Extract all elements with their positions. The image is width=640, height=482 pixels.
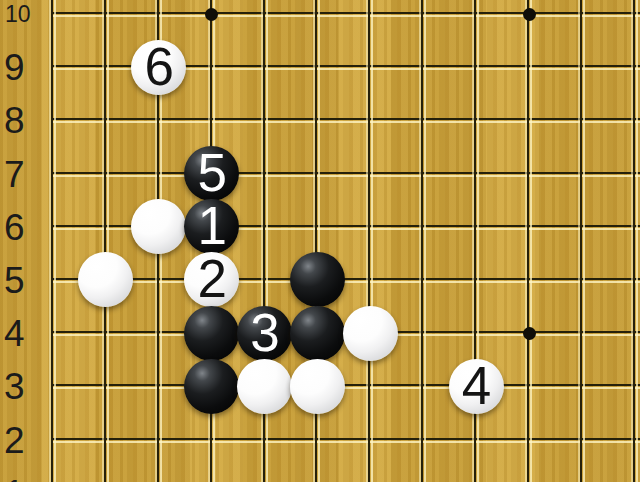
intersection-G5[interactable] xyxy=(344,253,397,306)
intersection-B4[interactable] xyxy=(79,307,132,360)
stone-black-D3 xyxy=(184,359,239,414)
intersection-M5[interactable] xyxy=(608,253,640,306)
intersection-H2[interactable] xyxy=(397,413,450,466)
move-number-5: 5 xyxy=(197,146,225,199)
intersection-J10[interactable] xyxy=(450,0,503,41)
intersection-L7[interactable] xyxy=(555,147,608,200)
intersection-M1[interactable] xyxy=(608,466,640,482)
intersection-K10[interactable] xyxy=(503,0,556,41)
row-label-6: 6 xyxy=(4,208,25,245)
intersection-J9[interactable] xyxy=(450,41,503,94)
intersection-J8[interactable] xyxy=(450,94,503,147)
intersection-L10[interactable] xyxy=(555,0,608,41)
intersection-C10[interactable] xyxy=(132,0,185,41)
intersection-C7[interactable] xyxy=(132,147,185,200)
intersection-B5[interactable] xyxy=(79,253,132,306)
intersection-G9[interactable] xyxy=(344,41,397,94)
intersection-D1[interactable] xyxy=(185,466,238,482)
intersection-H9[interactable] xyxy=(397,41,450,94)
row-label-8: 8 xyxy=(4,102,25,139)
star-point-D10 xyxy=(205,8,218,21)
intersection-J7[interactable] xyxy=(450,147,503,200)
row-label-9: 9 xyxy=(4,49,25,86)
intersection-D6[interactable]: 1 xyxy=(185,200,238,253)
intersection-J1[interactable] xyxy=(450,466,503,482)
intersection-M8[interactable] xyxy=(608,94,640,147)
intersection-J2[interactable] xyxy=(450,413,503,466)
intersection-C6[interactable] xyxy=(132,200,185,253)
intersection-G4[interactable] xyxy=(344,307,397,360)
move-number-2: 2 xyxy=(197,252,225,305)
intersection-K1[interactable] xyxy=(503,466,556,482)
intersection-A8[interactable] xyxy=(27,94,80,147)
intersection-M9[interactable] xyxy=(608,41,640,94)
intersection-F7[interactable] xyxy=(291,147,344,200)
intersection-J3[interactable]: 4 xyxy=(450,360,503,413)
intersection-F2[interactable] xyxy=(291,413,344,466)
intersection-F4[interactable] xyxy=(291,307,344,360)
intersection-D8[interactable] xyxy=(185,94,238,147)
intersection-H5[interactable] xyxy=(397,253,450,306)
intersection-G8[interactable] xyxy=(344,94,397,147)
stone-black-D6: 1 xyxy=(184,199,239,254)
move-number-6: 6 xyxy=(145,40,173,93)
stone-white-B5 xyxy=(78,252,133,307)
intersection-E6[interactable] xyxy=(238,200,291,253)
intersection-J6[interactable] xyxy=(450,200,503,253)
intersection-D5[interactable]: 2 xyxy=(185,253,238,306)
intersection-B6[interactable] xyxy=(79,200,132,253)
intersection-K7[interactable] xyxy=(503,147,556,200)
stone-black-F5 xyxy=(290,252,345,307)
intersection-C2[interactable] xyxy=(132,413,185,466)
intersection-L2[interactable] xyxy=(555,413,608,466)
intersection-L9[interactable] xyxy=(555,41,608,94)
intersection-A9[interactable] xyxy=(27,41,80,94)
intersection-G7[interactable] xyxy=(344,147,397,200)
intersection-E7[interactable] xyxy=(238,147,291,200)
row-label-5: 5 xyxy=(4,262,25,299)
intersection-D9[interactable] xyxy=(185,41,238,94)
row-label-7: 7 xyxy=(4,155,25,192)
intersection-D2[interactable] xyxy=(185,413,238,466)
intersection-E5[interactable] xyxy=(238,253,291,306)
stone-white-C6 xyxy=(131,199,186,254)
row-label-3: 3 xyxy=(4,368,25,405)
intersection-F8[interactable] xyxy=(291,94,344,147)
stone-white-D5: 2 xyxy=(184,252,239,307)
intersection-M2[interactable] xyxy=(608,413,640,466)
intersection-E3[interactable] xyxy=(238,360,291,413)
intersection-H3[interactable] xyxy=(397,360,450,413)
stone-black-F4 xyxy=(290,306,345,361)
stone-black-D4 xyxy=(184,306,239,361)
intersection-A6[interactable] xyxy=(27,200,80,253)
intersection-C5[interactable] xyxy=(132,253,185,306)
intersection-B2[interactable] xyxy=(79,413,132,466)
stone-black-E4: 3 xyxy=(237,306,292,361)
intersection-B10[interactable] xyxy=(79,0,132,41)
intersection-F10[interactable] xyxy=(291,0,344,41)
row-label-2: 2 xyxy=(4,421,25,458)
row-label-4: 4 xyxy=(4,315,25,352)
intersection-A3[interactable] xyxy=(27,360,80,413)
intersection-G2[interactable] xyxy=(344,413,397,466)
intersection-C1[interactable] xyxy=(132,466,185,482)
move-number-3: 3 xyxy=(250,306,278,359)
intersection-D7[interactable]: 5 xyxy=(185,147,238,200)
intersection-H4[interactable] xyxy=(397,307,450,360)
intersection-K3[interactable] xyxy=(503,360,556,413)
star-point-K10 xyxy=(523,8,536,21)
intersection-L5[interactable] xyxy=(555,253,608,306)
intersection-D4[interactable] xyxy=(185,307,238,360)
intersection-K6[interactable] xyxy=(503,200,556,253)
stone-white-C9: 6 xyxy=(131,40,186,95)
intersection-B3[interactable] xyxy=(79,360,132,413)
intersection-G1[interactable] xyxy=(344,466,397,482)
intersection-K8[interactable] xyxy=(503,94,556,147)
intersection-H1[interactable] xyxy=(397,466,450,482)
intersection-M3[interactable] xyxy=(608,360,640,413)
move-number-1: 1 xyxy=(197,199,225,252)
intersection-M6[interactable] xyxy=(608,200,640,253)
intersection-E9[interactable] xyxy=(238,41,291,94)
intersection-L6[interactable] xyxy=(555,200,608,253)
intersection-E2[interactable] xyxy=(238,413,291,466)
intersection-G10[interactable] xyxy=(344,0,397,41)
board-grid: 651234 xyxy=(27,0,640,482)
intersection-F9[interactable] xyxy=(291,41,344,94)
stone-white-G4 xyxy=(343,306,398,361)
go-board-screen: 651234 10987654321 xyxy=(0,0,640,482)
intersection-C9[interactable]: 6 xyxy=(132,41,185,94)
intersection-G6[interactable] xyxy=(344,200,397,253)
intersection-F1[interactable] xyxy=(291,466,344,482)
intersection-H8[interactable] xyxy=(397,94,450,147)
intersection-A1[interactable] xyxy=(27,466,80,482)
intersection-L8[interactable] xyxy=(555,94,608,147)
intersection-C8[interactable] xyxy=(132,94,185,147)
intersection-E4[interactable]: 3 xyxy=(238,307,291,360)
row-label-1: 1 xyxy=(4,474,25,482)
intersection-F5[interactable] xyxy=(291,253,344,306)
intersection-A10[interactable] xyxy=(27,0,80,41)
intersection-J4[interactable] xyxy=(450,307,503,360)
intersection-L4[interactable] xyxy=(555,307,608,360)
star-point-K4 xyxy=(523,327,536,340)
intersection-A2[interactable] xyxy=(27,413,80,466)
intersection-M4[interactable] xyxy=(608,307,640,360)
intersection-D3[interactable] xyxy=(185,360,238,413)
stone-white-F3 xyxy=(290,359,345,414)
stone-black-D7: 5 xyxy=(184,146,239,201)
intersection-B7[interactable] xyxy=(79,147,132,200)
intersection-K4[interactable] xyxy=(503,307,556,360)
intersection-F6[interactable] xyxy=(291,200,344,253)
stone-white-E3 xyxy=(237,359,292,414)
intersection-E1[interactable] xyxy=(238,466,291,482)
intersection-L1[interactable] xyxy=(555,466,608,482)
intersection-C4[interactable] xyxy=(132,307,185,360)
intersection-J5[interactable] xyxy=(450,253,503,306)
intersection-M7[interactable] xyxy=(608,147,640,200)
intersection-G3[interactable] xyxy=(344,360,397,413)
intersection-K9[interactable] xyxy=(503,41,556,94)
intersection-A5[interactable] xyxy=(27,253,80,306)
intersection-M10[interactable] xyxy=(608,0,640,41)
intersection-F3[interactable] xyxy=(291,360,344,413)
intersection-E10[interactable] xyxy=(238,0,291,41)
intersection-H10[interactable] xyxy=(397,0,450,41)
intersection-H6[interactable] xyxy=(397,200,450,253)
stone-white-J3: 4 xyxy=(449,359,504,414)
intersection-H7[interactable] xyxy=(397,147,450,200)
intersection-A7[interactable] xyxy=(27,147,80,200)
intersection-A4[interactable] xyxy=(27,307,80,360)
move-number-4: 4 xyxy=(462,359,490,412)
intersection-L3[interactable] xyxy=(555,360,608,413)
intersection-B9[interactable] xyxy=(79,41,132,94)
intersection-B8[interactable] xyxy=(79,94,132,147)
intersection-E8[interactable] xyxy=(238,94,291,147)
intersection-D10[interactable] xyxy=(185,0,238,41)
intersection-K5[interactable] xyxy=(503,253,556,306)
intersection-C3[interactable] xyxy=(132,360,185,413)
row-label-10: 10 xyxy=(5,3,31,26)
intersection-B1[interactable] xyxy=(79,466,132,482)
intersection-K2[interactable] xyxy=(503,413,556,466)
